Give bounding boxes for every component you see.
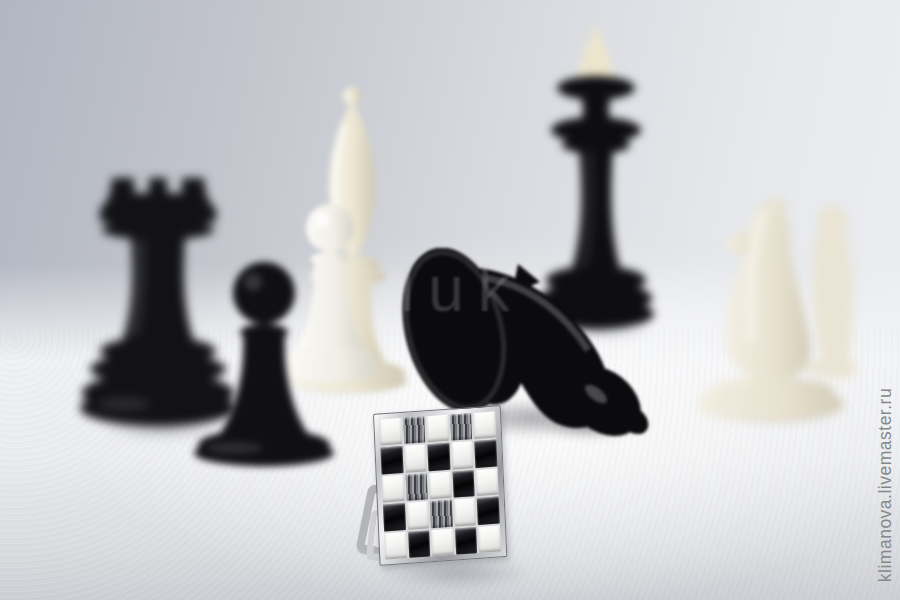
ring-tile-r2c2-w xyxy=(404,445,427,473)
ring-tile-r5c4-b xyxy=(455,527,478,555)
ring-tile-r3c3-w xyxy=(429,472,452,500)
ring-tile-r2c3-b xyxy=(428,443,451,471)
black-pawn-piece xyxy=(189,260,339,466)
ring-tile-r2c1-b xyxy=(380,446,403,474)
king-finial xyxy=(577,24,615,79)
ring-tile-r2c5-b xyxy=(475,440,498,468)
ring-frame xyxy=(373,405,507,566)
ring-tile-r3c4-b xyxy=(452,470,475,498)
ring-tile-r4c2-w xyxy=(407,502,430,530)
ring-tile-r3c1-w xyxy=(382,475,405,503)
ring-tile-r1c4-s xyxy=(450,413,473,441)
watermark-center-faint: luk xyxy=(400,252,680,332)
photo-canvas: luk klimanova.livemaster.ru xyxy=(0,0,900,600)
ring-tile-r2c4-w xyxy=(451,442,474,470)
black-pawn-silhouette xyxy=(194,262,334,466)
ring-tile-r4c4-w xyxy=(454,498,477,526)
ring-tile-r4c5-b xyxy=(477,497,500,525)
ring-tile-r1c1-w xyxy=(379,418,402,446)
ring-tile-r3c5-w xyxy=(476,468,499,496)
ring-mosaic xyxy=(379,411,501,559)
watermark-site-url: klimanova.livemaster.ru xyxy=(870,370,900,600)
ring-tile-r3c2-s xyxy=(405,473,428,501)
ring-tile-r5c5-w xyxy=(478,525,501,553)
ring-tile-r4c1-b xyxy=(383,503,406,531)
ring-tile-r5c1-w xyxy=(384,532,407,560)
ring-tile-r1c3-w xyxy=(426,415,449,443)
ring-tile-r4c3-s xyxy=(430,500,453,528)
ring-tile-r5c2-b xyxy=(408,530,431,558)
white-knight-piece xyxy=(690,192,855,427)
ring-tile-r1c5-w xyxy=(473,411,496,439)
ring-tile-r5c3-w xyxy=(431,528,454,556)
checkerboard-ring xyxy=(373,405,507,566)
hidden-white-piece xyxy=(805,205,855,378)
ring-tile-r1c2-s xyxy=(403,416,426,444)
